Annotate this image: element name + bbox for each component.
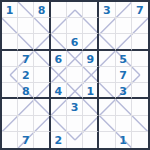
- cell-r2c9[interactable]: [132, 18, 148, 34]
- cell-r8c1[interactable]: [2, 116, 18, 132]
- cell-r8c5[interactable]: [67, 116, 83, 132]
- cell-r3c3[interactable]: [34, 34, 50, 50]
- given-digit: 9: [86, 53, 94, 64]
- cell-r5c2[interactable]: 2: [18, 67, 34, 83]
- given-digit: 7: [22, 135, 30, 146]
- cell-r6c4[interactable]: 4: [51, 83, 67, 99]
- cell-r9c3[interactable]: [34, 132, 50, 148]
- given-digit: 1: [86, 85, 94, 96]
- cell-r8c8[interactable]: [116, 116, 132, 132]
- cell-r1c2[interactable]: [18, 2, 34, 18]
- cell-r9c2[interactable]: 7: [18, 132, 34, 148]
- cell-r7c6[interactable]: [83, 99, 99, 115]
- given-digit: 3: [119, 85, 127, 96]
- cell-r2c6[interactable]: [83, 18, 99, 34]
- given-digit: 3: [103, 5, 111, 16]
- given-digit: 5: [119, 53, 127, 64]
- given-digit: 7: [136, 5, 144, 16]
- cell-r3c5[interactable]: 6: [67, 34, 83, 50]
- cell-r2c5[interactable]: [67, 18, 83, 34]
- cell-r9c5[interactable]: [67, 132, 83, 148]
- cell-r9c4[interactable]: 2: [51, 132, 67, 148]
- sudoku-grid: 1837676952784133721: [2, 2, 148, 148]
- cell-r9c8[interactable]: 1: [116, 132, 132, 148]
- given-digit: 6: [71, 37, 79, 48]
- cell-r1c5[interactable]: [67, 2, 83, 18]
- cell-r2c7[interactable]: [99, 18, 115, 34]
- cell-r5c6[interactable]: [83, 67, 99, 83]
- cell-r9c1[interactable]: [2, 132, 18, 148]
- cell-r1c7[interactable]: 3: [99, 2, 115, 18]
- cell-r7c7[interactable]: [99, 99, 115, 115]
- cell-r4c2[interactable]: 7: [18, 51, 34, 67]
- cell-r5c3[interactable]: [34, 67, 50, 83]
- cell-r1c4[interactable]: [51, 2, 67, 18]
- given-digit: 3: [71, 102, 79, 113]
- cell-r1c3[interactable]: 8: [34, 2, 50, 18]
- cell-r6c3[interactable]: [34, 83, 50, 99]
- cell-r2c8[interactable]: [116, 18, 132, 34]
- cell-r8c6[interactable]: [83, 116, 99, 132]
- cell-r1c9[interactable]: 7: [132, 2, 148, 18]
- cell-r5c1[interactable]: [2, 67, 18, 83]
- cell-r1c6[interactable]: [83, 2, 99, 18]
- cell-r9c6[interactable]: [83, 132, 99, 148]
- cell-r6c6[interactable]: 1: [83, 83, 99, 99]
- given-digit: 2: [22, 69, 30, 80]
- cell-r4c1[interactable]: [2, 51, 18, 67]
- cell-r7c8[interactable]: [116, 99, 132, 115]
- cell-r7c5[interactable]: 3: [67, 99, 83, 115]
- given-digit: 1: [6, 5, 14, 16]
- cell-r9c7[interactable]: [99, 132, 115, 148]
- cell-r5c5[interactable]: [67, 67, 83, 83]
- given-digit: 7: [22, 53, 30, 64]
- cell-r2c1[interactable]: [2, 18, 18, 34]
- cell-r5c4[interactable]: [51, 67, 67, 83]
- cell-r3c8[interactable]: [116, 34, 132, 50]
- cell-r6c7[interactable]: [99, 83, 115, 99]
- cell-r3c4[interactable]: [51, 34, 67, 50]
- cell-r3c9[interactable]: [132, 34, 148, 50]
- cell-r6c5[interactable]: [67, 83, 83, 99]
- cell-r3c2[interactable]: [18, 34, 34, 50]
- cell-r4c3[interactable]: [34, 51, 50, 67]
- cell-r8c3[interactable]: [34, 116, 50, 132]
- given-digit: 6: [54, 53, 62, 64]
- given-digit: 7: [119, 69, 127, 80]
- cell-r3c7[interactable]: [99, 34, 115, 50]
- cell-r7c9[interactable]: [132, 99, 148, 115]
- cell-r8c7[interactable]: [99, 116, 115, 132]
- cell-r7c4[interactable]: [51, 99, 67, 115]
- cell-r6c1[interactable]: [2, 83, 18, 99]
- cell-r4c5[interactable]: [67, 51, 83, 67]
- cell-r3c6[interactable]: [83, 34, 99, 50]
- cell-r4c7[interactable]: [99, 51, 115, 67]
- given-digit: 8: [22, 85, 30, 96]
- given-digit: 4: [54, 85, 62, 96]
- cell-r2c3[interactable]: [34, 18, 50, 34]
- cell-r8c2[interactable]: [18, 116, 34, 132]
- cell-r2c2[interactable]: [18, 18, 34, 34]
- cell-r1c1[interactable]: 1: [2, 2, 18, 18]
- cell-r6c9[interactable]: [132, 83, 148, 99]
- sudoku-board: 1837676952784133721: [0, 0, 150, 150]
- cell-r8c9[interactable]: [132, 116, 148, 132]
- cell-r4c6[interactable]: 9: [83, 51, 99, 67]
- given-digit: 1: [119, 135, 127, 146]
- cell-r9c9[interactable]: [132, 132, 148, 148]
- cell-r5c9[interactable]: [132, 67, 148, 83]
- given-digit: 8: [38, 5, 46, 16]
- cell-r4c4[interactable]: 6: [51, 51, 67, 67]
- cell-r5c7[interactable]: [99, 67, 115, 83]
- cell-r6c8[interactable]: 3: [116, 83, 132, 99]
- cell-r7c3[interactable]: [34, 99, 50, 115]
- argyle-sudoku-screenshot: 1837676952784133721: [0, 0, 150, 150]
- cell-r7c2[interactable]: [18, 99, 34, 115]
- cell-r1c8[interactable]: [116, 2, 132, 18]
- cell-r4c9[interactable]: [132, 51, 148, 67]
- cell-r5c8[interactable]: 7: [116, 67, 132, 83]
- cell-r8c4[interactable]: [51, 116, 67, 132]
- cell-r7c1[interactable]: [2, 99, 18, 115]
- cell-r2c4[interactable]: [51, 18, 67, 34]
- cell-r6c2[interactable]: 8: [18, 83, 34, 99]
- cell-r4c8[interactable]: 5: [116, 51, 132, 67]
- cell-r3c1[interactable]: [2, 34, 18, 50]
- given-digit: 2: [54, 135, 62, 146]
